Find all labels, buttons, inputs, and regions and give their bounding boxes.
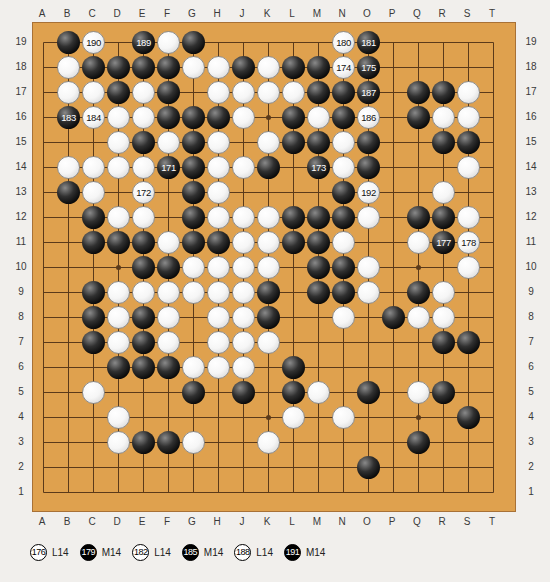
coord-label-left-5: 5 (18, 386, 24, 397)
white-stone (157, 331, 180, 354)
coord-label-bottom-R: R (438, 516, 445, 527)
white-stone (82, 156, 105, 179)
black-stone (332, 181, 355, 204)
white-stone (107, 431, 130, 454)
coord-label-bottom-Q: Q (413, 516, 421, 527)
coord-label-bottom-D: D (113, 516, 120, 527)
black-stone (282, 356, 305, 379)
white-stone (82, 381, 105, 404)
coord-label-bottom-P: P (389, 516, 396, 527)
coord-label-top-R: R (438, 8, 445, 19)
white-stone (207, 131, 230, 154)
coord-label-bottom-C: C (88, 516, 95, 527)
white-stone (207, 281, 230, 304)
coord-label-left-8: 8 (18, 311, 24, 322)
coord-label-right-9: 9 (528, 286, 534, 297)
black-stone (457, 131, 480, 154)
coord-label-left-11: 11 (16, 236, 26, 247)
white-stone (432, 106, 455, 129)
black-stone (332, 106, 355, 129)
coord-label-left-6: 6 (18, 361, 24, 372)
coord-label-left-16: 16 (15, 111, 26, 122)
black-stone (182, 181, 205, 204)
coord-label-right-16: 16 (525, 111, 536, 122)
white-stone (457, 81, 480, 104)
caption-coordinate: L14 (52, 547, 69, 558)
white-stone (457, 156, 480, 179)
black-stone: 171 (157, 156, 180, 179)
black-stone (107, 231, 130, 254)
coord-label-top-G: G (188, 8, 196, 19)
white-stone (232, 356, 255, 379)
coord-label-bottom-A: A (39, 516, 46, 527)
black-stone: 173 (307, 156, 330, 179)
caption-black-stone: 191 (284, 544, 301, 561)
white-stone (332, 156, 355, 179)
coord-label-top-J: J (240, 8, 245, 19)
coord-label-left-1: 1 (18, 486, 24, 497)
coord-label-left-19: 19 (15, 36, 26, 47)
black-stone (132, 431, 155, 454)
white-stone (257, 331, 280, 354)
coord-label-left-3: 3 (18, 436, 24, 447)
coord-label-bottom-H: H (213, 516, 220, 527)
black-stone (357, 131, 380, 154)
white-stone (257, 131, 280, 154)
black-stone (107, 56, 130, 79)
coord-label-left-4: 4 (18, 411, 24, 422)
go-kifu-diagram: 1901891801811741751871831841861711731721… (0, 0, 550, 582)
coord-label-bottom-T: T (489, 516, 495, 527)
black-stone (132, 131, 155, 154)
white-stone: 192 (357, 181, 380, 204)
white-stone (282, 81, 305, 104)
white-stone (182, 56, 205, 79)
black-stone (457, 331, 480, 354)
coord-label-right-8: 8 (528, 311, 534, 322)
black-stone (182, 131, 205, 154)
black-stone (82, 231, 105, 254)
coord-label-bottom-G: G (188, 516, 196, 527)
white-stone: 186 (357, 106, 380, 129)
black-stone (332, 206, 355, 229)
white-stone (182, 356, 205, 379)
black-stone (282, 106, 305, 129)
white-stone (257, 231, 280, 254)
coord-label-right-18: 18 (525, 61, 536, 72)
coord-label-right-13: 13 (525, 186, 536, 197)
coord-label-top-D: D (113, 8, 120, 19)
white-stone (257, 81, 280, 104)
white-stone (82, 181, 105, 204)
coord-label-left-18: 18 (15, 61, 26, 72)
coord-label-top-E: E (139, 8, 146, 19)
black-stone (282, 206, 305, 229)
white-stone: 174 (332, 56, 355, 79)
black-stone (182, 156, 205, 179)
coord-label-right-19: 19 (525, 36, 536, 47)
caption-coordinate: M14 (204, 547, 223, 558)
white-stone (357, 206, 380, 229)
coord-label-bottom-B: B (64, 516, 71, 527)
white-stone (207, 56, 230, 79)
caption-coordinate: L14 (256, 547, 273, 558)
white-stone: 172 (132, 181, 155, 204)
coord-label-right-2: 2 (528, 461, 534, 472)
coord-label-bottom-O: O (363, 516, 371, 527)
coord-label-left-12: 12 (15, 211, 26, 222)
black-stone (282, 131, 305, 154)
white-stone (232, 331, 255, 354)
white-stone (57, 56, 80, 79)
black-stone (357, 456, 380, 479)
black-stone (407, 281, 430, 304)
white-stone (257, 206, 280, 229)
coord-label-bottom-F: F (164, 516, 170, 527)
coord-label-top-A: A (39, 8, 46, 19)
white-stone (207, 81, 230, 104)
white-stone (332, 406, 355, 429)
white-stone (182, 256, 205, 279)
white-stone (57, 156, 80, 179)
black-stone (357, 381, 380, 404)
black-stone (82, 281, 105, 304)
black-stone (57, 31, 80, 54)
black-stone (282, 231, 305, 254)
coord-label-top-K: K (264, 8, 271, 19)
white-stone: 178 (457, 231, 480, 254)
black-stone (332, 81, 355, 104)
black-stone (57, 181, 80, 204)
white-stone (182, 431, 205, 454)
black-stone (182, 381, 205, 404)
coord-label-right-3: 3 (528, 436, 534, 447)
ko-moves-caption: 176L14179M14182L14185M14188L14191M14 (30, 540, 331, 564)
black-stone (207, 231, 230, 254)
white-stone (132, 81, 155, 104)
black-stone (282, 56, 305, 79)
white-stone (432, 281, 455, 304)
coord-label-right-4: 4 (528, 411, 534, 422)
black-stone (282, 381, 305, 404)
black-stone (407, 431, 430, 454)
white-stone (232, 231, 255, 254)
white-stone (232, 256, 255, 279)
black-stone (82, 206, 105, 229)
coord-label-right-11: 11 (526, 236, 536, 247)
white-stone (257, 431, 280, 454)
white-stone (132, 281, 155, 304)
coord-label-right-12: 12 (525, 211, 536, 222)
black-stone (132, 306, 155, 329)
white-stone (232, 306, 255, 329)
coord-label-top-F: F (164, 8, 170, 19)
white-stone: 190 (82, 31, 105, 54)
coord-label-top-M: M (313, 8, 321, 19)
white-stone (132, 106, 155, 129)
white-stone: 184 (82, 106, 105, 129)
coord-label-right-14: 14 (525, 161, 536, 172)
white-stone (82, 81, 105, 104)
black-stone: 175 (357, 56, 380, 79)
black-stone (207, 106, 230, 129)
coord-label-right-1: 1 (528, 486, 534, 497)
black-stone (307, 81, 330, 104)
black-stone: 177 (432, 231, 455, 254)
black-stone (132, 56, 155, 79)
white-stone (307, 381, 330, 404)
coord-label-left-14: 14 (15, 161, 26, 172)
caption-black-stone: 179 (80, 544, 97, 561)
white-stone (232, 156, 255, 179)
black-stone (232, 381, 255, 404)
black-stone (82, 331, 105, 354)
coord-label-left-7: 7 (18, 336, 24, 347)
caption-coordinate: M14 (102, 547, 121, 558)
coord-label-top-H: H (213, 8, 220, 19)
black-stone (307, 281, 330, 304)
black-stone (432, 131, 455, 154)
white-stone (457, 206, 480, 229)
white-stone (132, 206, 155, 229)
black-stone (182, 106, 205, 129)
black-stone (107, 81, 130, 104)
white-stone (332, 131, 355, 154)
white-stone (432, 306, 455, 329)
white-stone (432, 181, 455, 204)
black-stone (432, 81, 455, 104)
black-stone (257, 156, 280, 179)
black-stone (157, 356, 180, 379)
caption-coordinate: M14 (306, 547, 325, 558)
black-stone: 187 (357, 81, 380, 104)
white-stone (232, 81, 255, 104)
white-stone (407, 231, 430, 254)
black-stone (157, 106, 180, 129)
white-stone (182, 281, 205, 304)
white-stone (257, 56, 280, 79)
white-stone (357, 256, 380, 279)
caption-white-stone: 176 (30, 544, 47, 561)
white-stone (207, 256, 230, 279)
coord-label-bottom-S: S (464, 516, 471, 527)
black-stone (307, 56, 330, 79)
white-stone (407, 306, 430, 329)
black-stone (307, 231, 330, 254)
white-stone (157, 281, 180, 304)
white-stone (407, 381, 430, 404)
white-stone (457, 256, 480, 279)
coord-label-left-2: 2 (18, 461, 24, 472)
white-stone (207, 181, 230, 204)
coord-label-top-B: B (64, 8, 71, 19)
coord-label-left-9: 9 (18, 286, 24, 297)
black-stone (157, 431, 180, 454)
black-stone: 183 (57, 106, 80, 129)
black-stone: 181 (357, 31, 380, 54)
white-stone (107, 406, 130, 429)
white-stone (332, 231, 355, 254)
white-stone (207, 306, 230, 329)
black-stone (257, 281, 280, 304)
black-stone (307, 206, 330, 229)
coord-label-left-17: 17 (15, 86, 26, 97)
white-stone (207, 356, 230, 379)
coord-label-top-P: P (389, 8, 396, 19)
black-stone (307, 256, 330, 279)
black-stone: 189 (132, 31, 155, 54)
white-stone (207, 331, 230, 354)
black-stone (82, 56, 105, 79)
coord-label-left-10: 10 (15, 261, 26, 272)
white-stone (307, 106, 330, 129)
coord-label-top-T: T (489, 8, 495, 19)
coord-label-top-O: O (363, 8, 371, 19)
coord-label-right-15: 15 (525, 136, 536, 147)
go-board: 1901891801811741751871831841861711731721… (32, 22, 516, 512)
coord-label-top-C: C (88, 8, 95, 19)
white-stone (257, 256, 280, 279)
white-stone: 180 (332, 31, 355, 54)
black-stone (432, 331, 455, 354)
white-stone (107, 306, 130, 329)
coord-label-top-L: L (289, 8, 295, 19)
caption-white-stone: 182 (132, 544, 149, 561)
coord-label-left-15: 15 (15, 136, 26, 147)
black-stone (157, 56, 180, 79)
black-stone (457, 406, 480, 429)
coord-label-bottom-J: J (240, 516, 245, 527)
white-stone (132, 156, 155, 179)
coord-label-right-17: 17 (525, 86, 536, 97)
coord-label-top-N: N (338, 8, 345, 19)
white-stone (232, 206, 255, 229)
black-stone (182, 206, 205, 229)
coord-label-right-10: 10 (525, 261, 536, 272)
coord-label-left-13: 13 (15, 186, 26, 197)
white-stone (107, 156, 130, 179)
white-stone (207, 156, 230, 179)
black-stone (107, 356, 130, 379)
white-stone (457, 106, 480, 129)
white-stone (232, 281, 255, 304)
black-stone (82, 306, 105, 329)
coord-label-bottom-E: E (139, 516, 146, 527)
black-stone (432, 381, 455, 404)
white-stone (282, 406, 305, 429)
white-stone (107, 281, 130, 304)
black-stone (332, 281, 355, 304)
black-stone (132, 256, 155, 279)
white-stone (107, 106, 130, 129)
black-stone (307, 131, 330, 154)
white-stone (107, 206, 130, 229)
coord-label-bottom-K: K (264, 516, 271, 527)
black-stone (357, 156, 380, 179)
black-stone (132, 356, 155, 379)
black-stone (157, 81, 180, 104)
caption-coordinate: L14 (154, 547, 171, 558)
coord-label-right-7: 7 (528, 336, 534, 347)
coord-label-right-5: 5 (528, 386, 534, 397)
black-stone (132, 231, 155, 254)
white-stone (157, 231, 180, 254)
caption-white-stone: 188 (234, 544, 251, 561)
black-stone (382, 306, 405, 329)
black-stone (407, 106, 430, 129)
coord-label-bottom-N: N (338, 516, 345, 527)
coord-label-bottom-M: M (313, 516, 321, 527)
coord-label-top-Q: Q (413, 8, 421, 19)
coord-label-right-6: 6 (528, 361, 534, 372)
white-stone (207, 206, 230, 229)
black-stone (232, 56, 255, 79)
white-stone (157, 131, 180, 154)
white-stone (232, 106, 255, 129)
black-stone (182, 31, 205, 54)
white-stone (332, 306, 355, 329)
white-stone (157, 306, 180, 329)
black-stone (332, 256, 355, 279)
black-stone (132, 331, 155, 354)
black-stone (182, 231, 205, 254)
coord-label-bottom-L: L (289, 516, 295, 527)
white-stone (57, 81, 80, 104)
black-stone (432, 206, 455, 229)
coord-label-top-S: S (464, 8, 471, 19)
black-stone (257, 306, 280, 329)
white-stone (357, 281, 380, 304)
black-stone (407, 81, 430, 104)
black-stone (407, 206, 430, 229)
white-stone (107, 331, 130, 354)
caption-black-stone: 185 (182, 544, 199, 561)
black-stone (157, 256, 180, 279)
white-stone (157, 31, 180, 54)
white-stone (107, 131, 130, 154)
